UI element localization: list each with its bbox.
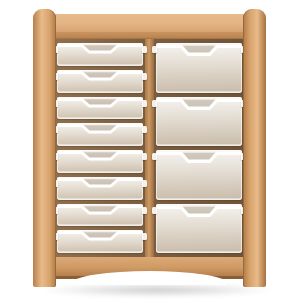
storage-tray: [57, 43, 143, 66]
tray-runner-clip-left: [152, 100, 157, 107]
storage-tray: [156, 43, 242, 93]
tray-handle-rim: [57, 150, 143, 162]
storage-tray: [57, 97, 143, 120]
storage-tray: [57, 123, 143, 146]
storage-tray: [57, 70, 143, 93]
storage-tray: [57, 204, 143, 227]
right-side-panel: [243, 9, 266, 287]
storage-tray: [156, 150, 242, 200]
tray-runner-clip-right: [142, 100, 147, 107]
tray-column-right: [154, 39, 244, 257]
left-side-panel: [33, 9, 56, 287]
cabinet-interior: [55, 39, 244, 257]
tray-storage-cabinet: [33, 9, 266, 287]
tray-handle-rim: [156, 43, 242, 58]
tray-runner-clip-left: [152, 46, 157, 53]
tray-handle-rim: [57, 43, 143, 55]
cabinet-top-surface: [55, 14, 244, 32]
tray-handle-rim: [57, 177, 143, 189]
tray-handle-rim: [57, 97, 143, 109]
tray-runner-clip-right: [142, 126, 147, 133]
cabinet-top-front-edge: [55, 32, 244, 39]
tray-runner-clip-left: [152, 207, 157, 214]
storage-tray: [156, 204, 242, 254]
tray-runner-clip-right: [142, 46, 147, 53]
storage-tray: [57, 230, 143, 253]
tray-column-left: [55, 39, 145, 257]
tray-handle-rim: [156, 150, 242, 165]
tray-handle-rim: [57, 230, 143, 242]
tray-runner-clip-right: [142, 207, 147, 214]
tray-handle-rim: [57, 204, 143, 216]
tray-handle-rim: [156, 97, 242, 112]
product-photo: [0, 0, 300, 300]
center-divider: [145, 39, 154, 257]
storage-tray: [57, 177, 143, 200]
tray-handle-rim: [57, 123, 143, 135]
tray-runner-clip-right: [142, 73, 147, 80]
tray-handle-rim: [156, 204, 242, 219]
storage-tray: [57, 150, 143, 173]
tray-runner-clip-right: [142, 180, 147, 187]
tray-runner-clip-left: [152, 153, 157, 160]
storage-tray: [156, 97, 242, 147]
tray-runner-clip-right: [142, 233, 147, 240]
tray-runner-clip-right: [142, 153, 147, 160]
tray-handle-rim: [57, 70, 143, 82]
